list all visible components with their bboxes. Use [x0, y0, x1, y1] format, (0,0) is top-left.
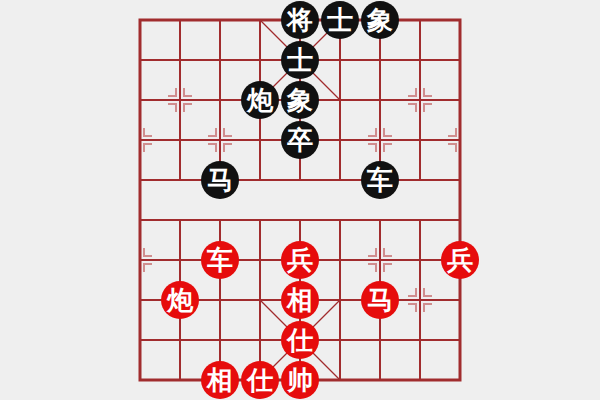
red-pawn[interactable]: 兵 [441, 241, 479, 279]
red-general[interactable]: 帅 [281, 361, 319, 399]
black-elephant[interactable]: 象 [281, 81, 319, 119]
black-elephant[interactable]: 象 [361, 1, 399, 39]
red-horse[interactable]: 马 [361, 281, 399, 319]
black-pawn[interactable]: 卒 [281, 121, 319, 159]
black-advisor[interactable]: 士 [321, 1, 359, 39]
red-pawn[interactable]: 兵 [281, 241, 319, 279]
black-general[interactable]: 将 [281, 1, 319, 39]
black-advisor[interactable]: 士 [281, 41, 319, 79]
black-horse[interactable]: 马 [201, 161, 239, 199]
red-advisor[interactable]: 仕 [241, 361, 279, 399]
red-elephant[interactable]: 相 [201, 361, 239, 399]
red-advisor[interactable]: 仕 [281, 321, 319, 359]
black-chariot[interactable]: 车 [361, 161, 399, 199]
xiangqi-board: 将士象士炮象卒马车车兵兵炮相马仕相仕帅 [120, 0, 480, 400]
red-elephant[interactable]: 相 [281, 281, 319, 319]
xiangqi-app: 将士象士炮象卒马车车兵兵炮相马仕相仕帅 [0, 0, 600, 400]
red-chariot[interactable]: 车 [201, 241, 239, 279]
red-cannon[interactable]: 炮 [161, 281, 199, 319]
black-cannon[interactable]: 炮 [241, 81, 279, 119]
